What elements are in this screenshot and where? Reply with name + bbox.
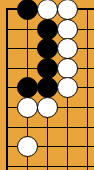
black-stone (37, 19, 58, 40)
white-stone (37, 97, 58, 118)
white-stone (57, 58, 78, 79)
white-stone (57, 19, 78, 40)
black-stone (17, 77, 38, 98)
white-stone (57, 77, 78, 98)
black-stone (37, 38, 58, 59)
white-stone (57, 38, 78, 59)
go-board (0, 0, 94, 170)
black-stone (17, 0, 38, 20)
white-stone (57, 0, 78, 20)
white-stone (17, 97, 38, 118)
black-stone (37, 58, 58, 79)
white-stone (17, 136, 38, 157)
black-stone (37, 77, 58, 98)
white-stone (37, 0, 58, 20)
stones-layer (0, 0, 94, 170)
